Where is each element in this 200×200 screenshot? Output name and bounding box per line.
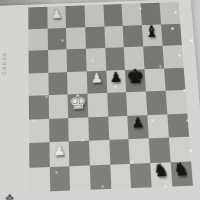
square-h8 xyxy=(159,2,179,24)
square-h5 xyxy=(164,67,185,90)
square-d4 xyxy=(87,93,108,117)
black-bishop: ♝ xyxy=(142,20,162,42)
square-b5 xyxy=(48,72,68,96)
square-c2 xyxy=(69,141,90,166)
square-b6 xyxy=(48,49,68,72)
square-g4 xyxy=(146,91,167,115)
chess-board: CHESS ❖ ♟♝♟♟♚♚♟♟♞♞ xyxy=(0,0,200,200)
square-a4 xyxy=(29,95,49,119)
square-b7 xyxy=(47,27,66,50)
square-h6 xyxy=(162,45,183,68)
square-b2: ♟ xyxy=(49,141,70,166)
square-a3 xyxy=(29,118,49,143)
square-f1 xyxy=(130,163,152,189)
square-g6 xyxy=(143,46,164,69)
square-a2 xyxy=(29,142,49,167)
square-d8 xyxy=(85,5,105,27)
square-b8: ♟ xyxy=(47,6,66,28)
board-grid: ♟♝♟♟♚♚♟♟♞♞ xyxy=(28,2,192,192)
black-pawn: ♟ xyxy=(128,111,149,135)
square-e8 xyxy=(103,4,123,26)
white-pawn: ♟ xyxy=(87,66,107,89)
square-a7 xyxy=(28,28,47,51)
board-corner-logo-icon: ❖ xyxy=(5,193,15,200)
square-g5 xyxy=(145,68,166,91)
square-c1 xyxy=(70,165,91,191)
square-f5: ♚ xyxy=(125,69,146,92)
photo-speckles xyxy=(0,0,1,1)
board-edge-text: CHESS xyxy=(1,52,7,75)
square-e2 xyxy=(109,139,130,164)
square-d2 xyxy=(89,140,110,165)
square-d7 xyxy=(85,26,105,49)
square-a8 xyxy=(28,7,47,29)
black-pawn: ♟ xyxy=(106,66,126,89)
black-knight: ♞ xyxy=(150,158,172,183)
square-f7 xyxy=(123,25,143,47)
square-e3 xyxy=(108,115,129,139)
chess-board-photo: CHESS ❖ ♟♝♟♟♚♚♟♟♞♞ xyxy=(0,0,200,200)
square-d1 xyxy=(90,164,111,190)
square-g3 xyxy=(147,114,168,138)
square-a1 xyxy=(29,166,50,192)
square-g7: ♝ xyxy=(142,24,162,46)
square-c8 xyxy=(66,5,85,27)
square-g1: ♞ xyxy=(150,162,172,188)
square-e5: ♟ xyxy=(106,69,126,92)
square-c3 xyxy=(69,117,90,142)
square-f8 xyxy=(122,3,142,25)
square-e1 xyxy=(110,163,131,189)
square-c7 xyxy=(66,27,86,50)
white-pawn: ♟ xyxy=(47,2,66,24)
white-king: ♚ xyxy=(68,90,88,114)
square-h1: ♞ xyxy=(170,161,192,187)
black-king: ♚ xyxy=(125,65,146,88)
square-f3: ♟ xyxy=(128,115,149,139)
square-h7 xyxy=(161,23,182,45)
white-pawn: ♟ xyxy=(49,137,70,162)
square-h4 xyxy=(165,90,186,114)
square-c4: ♚ xyxy=(68,94,88,118)
square-d3 xyxy=(88,116,109,141)
square-d5: ♟ xyxy=(87,70,107,93)
square-h3 xyxy=(167,113,189,137)
square-a6 xyxy=(29,50,49,73)
board-left-border: CHESS ❖ xyxy=(0,5,30,200)
square-f2 xyxy=(129,138,150,163)
square-e4 xyxy=(107,92,128,116)
square-a5 xyxy=(29,72,49,96)
square-e7 xyxy=(104,25,124,48)
black-knight: ♞ xyxy=(170,157,192,182)
square-b4 xyxy=(48,94,68,118)
square-b1 xyxy=(50,166,71,192)
square-c6 xyxy=(67,49,87,72)
